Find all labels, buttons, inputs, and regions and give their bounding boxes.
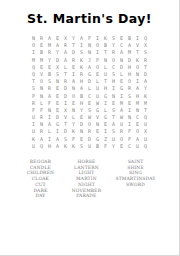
grid-cell: A [134, 85, 142, 92]
grid-cell: S [62, 136, 70, 143]
grid-cell: F [30, 107, 38, 114]
grid-cell: E [118, 78, 126, 85]
grid-cell: S [86, 107, 94, 114]
grid-cell: N [54, 78, 62, 85]
grid-cell: K [30, 136, 38, 143]
grid-cell: E [110, 100, 118, 107]
grid-cell: C [126, 143, 134, 150]
grid-cell: Y [110, 143, 118, 150]
grid-cell: B [78, 93, 86, 100]
grid-cell: Q [142, 35, 150, 42]
grid-cell: R [110, 49, 118, 56]
word-list-column-1: BEGGARCANDLECHILDRENCLOAKCUTDARKDAY [23, 159, 57, 199]
grid-cell: O [126, 78, 134, 85]
grid-cell: H [126, 71, 134, 78]
grid-cell: I [70, 71, 78, 78]
grid-cell: E [118, 143, 126, 150]
word-list-column-3: SAINTSHINESINGSTMARTINSDAYSWORD [115, 159, 155, 188]
grid-cell: B [126, 35, 134, 42]
grid-cell: O [86, 121, 94, 128]
grid-cell: L [118, 71, 126, 78]
grid-cell: R [142, 57, 150, 64]
grid-cell: D [62, 85, 70, 92]
grid-cell: N [86, 42, 94, 49]
grid-cell: I [134, 78, 142, 85]
grid-cell: Y [46, 57, 54, 64]
grid-cell: I [30, 121, 38, 128]
grid-cell: N [118, 57, 126, 64]
grid-cell: S [110, 107, 118, 114]
grid-cell: I [94, 49, 102, 56]
grid-cell: S [110, 35, 118, 42]
grid-cell: A [54, 42, 62, 49]
grid-cell: E [54, 93, 62, 100]
grid-cell: F [70, 136, 78, 143]
grid-cell: U [142, 136, 150, 143]
grid-cell: D [86, 78, 94, 85]
grid-cell: R [46, 85, 54, 92]
grid-cell: I [30, 49, 38, 56]
grid-cell: Q [30, 71, 38, 78]
grid-cell: P [94, 57, 102, 64]
grid-cell: A [54, 143, 62, 150]
grid-cell: B [38, 49, 46, 56]
grid-cell: X [142, 128, 150, 135]
wordsearch-grid: NRAEXYAFIKSEBIQOEMARTINOBYCAVXIBRYADSNIT… [30, 35, 150, 150]
grid-cell: G [118, 85, 126, 92]
grid-cell: O [94, 64, 102, 71]
grid-cell: R [38, 114, 46, 121]
grid-cell: W [94, 100, 102, 107]
puzzle-title: St. Martin's Day! [0, 0, 179, 26]
grid-cell: D [70, 49, 78, 56]
grid-cell: A [118, 107, 126, 114]
grid-cell: N [134, 71, 142, 78]
grid-cell: B [46, 71, 54, 78]
word-item: PARADE [69, 193, 103, 199]
grid-cell: A [142, 78, 150, 85]
grid-cell: U [30, 114, 38, 121]
grid-cell: N [38, 93, 46, 100]
word-item: STMARTINSDAY [115, 176, 155, 182]
grid-cell: G [54, 121, 62, 128]
grid-cell: N [30, 35, 38, 42]
grid-cell: R [70, 57, 78, 64]
grid-cell: R [30, 100, 38, 107]
grid-cell: G [86, 71, 94, 78]
grid-cell: O [30, 42, 38, 49]
grid-cell: Y [110, 42, 118, 49]
grid-cell: E [54, 107, 62, 114]
grid-cell: O [110, 57, 118, 64]
grid-cell: A [86, 64, 94, 71]
grid-cell: K [70, 143, 78, 150]
grid-cell: D [86, 136, 94, 143]
grid-cell: F [126, 136, 134, 143]
grid-cell: S [126, 93, 134, 100]
grid-cell: I [102, 128, 110, 135]
grid-cell: W [86, 114, 94, 121]
grid-cell: D [78, 121, 86, 128]
grid-cell: A [78, 85, 86, 92]
grid-cell: R [38, 128, 46, 135]
grid-cell: N [70, 107, 78, 114]
grid-cell: D [62, 93, 70, 100]
word-item: DAY [23, 193, 57, 199]
grid-cell: H [46, 143, 54, 150]
grid-cell: I [46, 136, 54, 143]
grid-cell: E [118, 35, 126, 42]
grid-cell: U [30, 143, 38, 150]
grid-cell: U [110, 136, 118, 143]
grid-cell: Q [30, 64, 38, 71]
grid-cell: U [30, 128, 38, 135]
grid-cell: B [94, 143, 102, 150]
grid-cell: O [134, 64, 142, 71]
grid-cell: N [102, 57, 110, 64]
grid-cell: Q [142, 114, 150, 121]
grid-cell: Y [70, 35, 78, 42]
grid-cell: T [30, 78, 38, 85]
grid-cell: S [30, 85, 38, 92]
grid-cell: K [70, 128, 78, 135]
grid-cell: E [46, 64, 54, 71]
grid-cell: E [54, 100, 62, 107]
grid-cell: X [142, 42, 150, 49]
grid-cell: L [94, 78, 102, 85]
grid-cell: I [118, 93, 126, 100]
word-list-column-2: HORSELANTERNLIGHTMARTINNIGHTNOVEMBERPARA… [69, 159, 103, 199]
grid-cell: L [86, 85, 94, 92]
grid-cell: N [110, 93, 118, 100]
grid-cell: E [38, 64, 46, 71]
grid-cell: M [134, 100, 142, 107]
grid-cell: T [102, 78, 110, 85]
grid-cell: C [110, 64, 118, 71]
grid-cell: F [102, 143, 110, 150]
grid-cell: T [142, 107, 150, 114]
grid-cell: A [46, 93, 54, 100]
grid-cell: A [110, 121, 118, 128]
grid-cell: M [142, 100, 150, 107]
grid-cell: F [38, 107, 46, 114]
grid-cell: E [54, 85, 62, 92]
grid-cell: H [134, 93, 142, 100]
grid-cell: N [46, 107, 54, 114]
grid-cell: Y [78, 107, 86, 114]
grid-cell: R [78, 71, 86, 78]
grid-cell: E [94, 71, 102, 78]
grid-cell: T [62, 71, 70, 78]
grid-cell: N [70, 85, 78, 92]
grid-cell: S [110, 128, 118, 135]
grid-cell: T [62, 121, 70, 128]
grid-cell: L [102, 107, 110, 114]
grid-cell: B [102, 42, 110, 49]
grid-cell: N [134, 107, 142, 114]
grid-cell: A [70, 78, 78, 85]
grid-cell: E [86, 100, 94, 107]
grid-cell: T [142, 64, 150, 71]
grid-cell: A [54, 136, 62, 143]
grid-cell: Z [102, 136, 110, 143]
grid-cell: E [78, 136, 86, 143]
grid-cell: D [142, 71, 150, 78]
grid-cell: T [134, 49, 142, 56]
grid-cell: U [142, 121, 150, 128]
grid-cell: V [38, 71, 46, 78]
grid-cell: O [118, 136, 126, 143]
grid-cell: U [118, 121, 126, 128]
grid-cell: J [86, 57, 94, 64]
grid-cell: N [126, 114, 134, 121]
grid-cell: K [142, 93, 150, 100]
grid-cell: A [46, 121, 54, 128]
grid-cell: A [118, 49, 126, 56]
grid-cell: A [62, 49, 70, 56]
grid-cell: F [86, 35, 94, 42]
grid-cell: Q [142, 143, 150, 150]
grid-cell: Y [70, 121, 78, 128]
grid-cell: I [54, 128, 62, 135]
grid-cell: Q [38, 143, 46, 150]
grid-cell: V [62, 114, 70, 121]
grid-cell: L [38, 100, 46, 107]
grid-cell: H [126, 64, 134, 71]
grid-cell: O [38, 78, 46, 85]
word-item: SWORD [115, 182, 155, 188]
grid-cell: K [78, 57, 86, 64]
grid-cell: R [62, 42, 70, 49]
grid-cell: X [62, 35, 70, 42]
grid-cell: H [78, 78, 86, 85]
grid-cell: C [86, 93, 94, 100]
grid-cell: R [126, 85, 134, 92]
grid-cell: M [30, 57, 38, 64]
grid-cell: I [62, 100, 70, 107]
grid-cell: U [134, 143, 142, 150]
grid-cell: I [110, 85, 118, 92]
grid-cell: D [54, 57, 62, 64]
grid-cell: S [46, 78, 54, 85]
grid-cell: N [38, 85, 46, 92]
grid-cell: Y [54, 49, 62, 56]
grid-cell: I [102, 100, 110, 107]
grid-cell: D [118, 64, 126, 71]
grid-cell: E [70, 100, 78, 107]
grid-cell: N [38, 121, 46, 128]
grid-cell: V [94, 114, 102, 121]
grid-cell: E [38, 42, 46, 49]
grid-cell: A [78, 35, 86, 42]
grid-cell: Y [142, 85, 150, 92]
word-list: BEGGARCANDLECHILDRENCLOAKCUTDARKDAY HORS… [0, 159, 179, 199]
grid-cell: H [102, 85, 110, 92]
grid-cell: I [126, 107, 134, 114]
grid-cell: C [134, 114, 142, 121]
grid-cell: E [78, 114, 86, 121]
grid-cell: E [70, 64, 78, 71]
grid-cell: U [102, 71, 110, 78]
grid-cell: S [78, 49, 86, 56]
grid-cell: G [102, 114, 110, 121]
grid-cell: S [78, 143, 86, 150]
grid-cell: R [38, 35, 46, 42]
grid-cell: O [70, 93, 78, 100]
grid-cell: O [94, 42, 102, 49]
grid-cell: D [54, 114, 62, 121]
grid-cell: H [78, 100, 86, 107]
grid-cell: R [62, 78, 70, 85]
grid-cell: D [62, 128, 70, 135]
grid-cell: F [126, 128, 134, 135]
grid-cell: I [46, 114, 54, 121]
grid-cell: K [62, 143, 70, 150]
grid-cell: I [134, 35, 142, 42]
grid-cell: A [46, 35, 54, 42]
grid-cell: S [54, 71, 62, 78]
grid-cell: H [110, 78, 118, 85]
grid-cell: E [102, 121, 110, 128]
grid-cell: K [102, 35, 110, 42]
grid-cell: A [126, 42, 134, 49]
grid-cell: M [126, 49, 134, 56]
grid-cell: E [94, 128, 102, 135]
grid-cell: O [134, 128, 142, 135]
grid-cell: R [86, 128, 94, 135]
grid-cell: T [102, 49, 110, 56]
grid-cell: U [94, 93, 102, 100]
grid-cell: E [126, 100, 134, 107]
grid-cell: I [126, 121, 134, 128]
grid-cell: M [38, 57, 46, 64]
grid-cell: D [126, 57, 134, 64]
grid-cell: W [118, 114, 126, 121]
grid-cell: E [54, 35, 62, 42]
grid-cell: A [62, 57, 70, 64]
grid-cell: S [142, 49, 150, 56]
grid-cell: G [102, 93, 110, 100]
grid-cell: L [46, 128, 54, 135]
grid-cell: R [118, 128, 126, 135]
grid-cell: S [110, 71, 118, 78]
grid-cell: F [46, 100, 54, 107]
grid-cell: R [46, 49, 54, 56]
grid-cell: K [78, 64, 86, 71]
grid-cell: V [134, 42, 142, 49]
grid-cell: X [54, 64, 62, 71]
worksheet-page: St. Martin's Day! NRAEXYAFIKSEBIQOEMARTI… [0, 0, 180, 256]
grid-cell: M [118, 100, 126, 107]
grid-cell: M [46, 42, 54, 49]
grid-cell: L [62, 64, 70, 71]
grid-cell: I [78, 42, 86, 49]
grid-cell: C [118, 42, 126, 49]
grid-cell: E [134, 121, 142, 128]
grid-cell: T [70, 42, 78, 49]
grid-cell: U [86, 143, 94, 150]
grid-cell: A [38, 136, 46, 143]
grid-cell: I [94, 35, 102, 42]
grid-cell: G [94, 136, 102, 143]
grid-cell: N [86, 49, 94, 56]
grid-cell: N [78, 128, 86, 135]
grid-cell: U [94, 85, 102, 92]
grid-cell: A [134, 136, 142, 143]
grid-cell: G [94, 107, 102, 114]
grid-cell: P [30, 93, 38, 100]
grid-cell: L [70, 114, 78, 121]
grid-cell: N [94, 121, 102, 128]
grid-cell: T [110, 114, 118, 121]
grid-cell: K [134, 57, 142, 64]
grid-cell: L [102, 64, 110, 71]
grid-cell: X [62, 107, 70, 114]
